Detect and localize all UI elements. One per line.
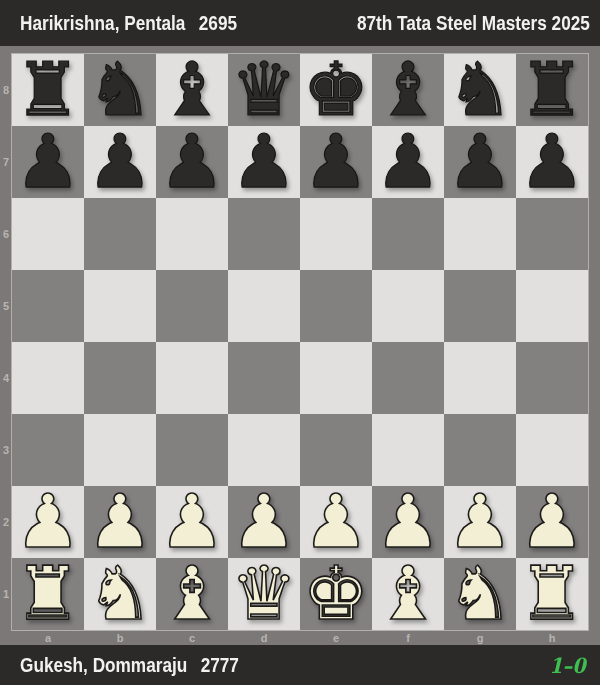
piece-black-king[interactable]: ♚ [303, 55, 369, 125]
square-e5[interactable] [300, 270, 372, 342]
square-h1[interactable]: ♜ [516, 558, 588, 630]
square-d3[interactable] [228, 414, 300, 486]
square-f5[interactable] [372, 270, 444, 342]
square-h6[interactable] [516, 198, 588, 270]
square-a5[interactable] [12, 270, 84, 342]
square-c2[interactable]: ♟ [156, 486, 228, 558]
piece-white-pawn[interactable]: ♟ [447, 487, 513, 557]
square-d4[interactable] [228, 342, 300, 414]
piece-white-rook[interactable]: ♜ [519, 559, 585, 629]
game-result: 1–0 [549, 653, 586, 678]
file-label-c: c [156, 630, 228, 645]
square-e7[interactable]: ♟ [300, 126, 372, 198]
square-b5[interactable] [84, 270, 156, 342]
square-a8[interactable]: ♜ [12, 54, 84, 126]
piece-black-queen[interactable]: ♛ [231, 55, 297, 125]
square-b7[interactable]: ♟ [84, 126, 156, 198]
square-a6[interactable] [12, 198, 84, 270]
square-b3[interactable] [84, 414, 156, 486]
square-h2[interactable]: ♟ [516, 486, 588, 558]
square-b4[interactable] [84, 342, 156, 414]
piece-white-pawn[interactable]: ♟ [159, 487, 225, 557]
piece-black-bishop[interactable]: ♝ [375, 55, 441, 125]
rank-label-5: 5 [0, 270, 12, 342]
square-g5[interactable] [444, 270, 516, 342]
piece-black-pawn[interactable]: ♟ [447, 127, 513, 197]
bottom-player-bar: Gukesh, Dommaraju 2777 1–0 [0, 645, 600, 685]
square-g3[interactable] [444, 414, 516, 486]
white-player-rating: 2777 [201, 654, 239, 676]
square-e8[interactable]: ♚ [300, 54, 372, 126]
piece-black-pawn[interactable]: ♟ [159, 127, 225, 197]
square-f3[interactable] [372, 414, 444, 486]
square-g4[interactable] [444, 342, 516, 414]
top-player-bar: Harikrishna, Pentala 2695 87th Tata Stee… [0, 0, 600, 46]
file-label-d: d [228, 630, 300, 645]
square-c7[interactable]: ♟ [156, 126, 228, 198]
square-f2[interactable]: ♟ [372, 486, 444, 558]
square-d6[interactable] [228, 198, 300, 270]
square-g8[interactable]: ♞ [444, 54, 516, 126]
square-c1[interactable]: ♝ [156, 558, 228, 630]
square-h4[interactable] [516, 342, 588, 414]
square-d7[interactable]: ♟ [228, 126, 300, 198]
square-d5[interactable] [228, 270, 300, 342]
rank-label-1: 1 [0, 558, 12, 630]
square-d2[interactable]: ♟ [228, 486, 300, 558]
square-h5[interactable] [516, 270, 588, 342]
piece-black-pawn[interactable]: ♟ [519, 127, 585, 197]
file-label-b: b [84, 630, 156, 645]
piece-black-pawn[interactable]: ♟ [375, 127, 441, 197]
piece-white-bishop[interactable]: ♝ [375, 559, 441, 629]
square-c4[interactable] [156, 342, 228, 414]
square-d1[interactable]: ♛ [228, 558, 300, 630]
square-c5[interactable] [156, 270, 228, 342]
rank-label-8: 8 [0, 54, 12, 126]
square-a4[interactable] [12, 342, 84, 414]
piece-black-pawn[interactable]: ♟ [303, 127, 369, 197]
square-g1[interactable]: ♞ [444, 558, 516, 630]
square-b6[interactable] [84, 198, 156, 270]
square-a3[interactable] [12, 414, 84, 486]
piece-black-rook[interactable]: ♜ [519, 55, 585, 125]
black-player-rating: 2695 [199, 12, 237, 34]
file-labels: abcdefgh [12, 630, 588, 645]
square-a1[interactable]: ♜ [12, 558, 84, 630]
square-g7[interactable]: ♟ [444, 126, 516, 198]
square-c3[interactable] [156, 414, 228, 486]
rank-label-2: 2 [0, 486, 12, 558]
square-e4[interactable] [300, 342, 372, 414]
file-label-f: f [372, 630, 444, 645]
square-e6[interactable] [300, 198, 372, 270]
square-g2[interactable]: ♟ [444, 486, 516, 558]
file-label-a: a [12, 630, 84, 645]
piece-white-pawn[interactable]: ♟ [375, 487, 441, 557]
square-b8[interactable]: ♞ [84, 54, 156, 126]
piece-white-queen[interactable]: ♛ [231, 559, 297, 629]
square-e2[interactable]: ♟ [300, 486, 372, 558]
square-a2[interactable]: ♟ [12, 486, 84, 558]
square-b1[interactable]: ♞ [84, 558, 156, 630]
rank-label-3: 3 [0, 414, 12, 486]
square-e3[interactable] [300, 414, 372, 486]
chess-app-window: Harikrishna, Pentala 2695 87th Tata Stee… [0, 0, 600, 685]
piece-white-knight[interactable]: ♞ [447, 559, 513, 629]
black-player-name: Harikrishna, Pentala [20, 12, 185, 34]
file-label-e: e [300, 630, 372, 645]
square-f6[interactable] [372, 198, 444, 270]
rank-label-6: 6 [0, 198, 12, 270]
piece-black-pawn[interactable]: ♟ [15, 127, 81, 197]
event-title: 87th Tata Steel Masters 2025 [357, 12, 590, 35]
piece-white-pawn[interactable]: ♟ [231, 487, 297, 557]
square-h7[interactable]: ♟ [516, 126, 588, 198]
black-player-info: Harikrishna, Pentala 2695 [20, 12, 237, 35]
square-f4[interactable] [372, 342, 444, 414]
rank-labels: 87654321 [0, 54, 12, 630]
square-g6[interactable] [444, 198, 516, 270]
piece-black-pawn[interactable]: ♟ [87, 127, 153, 197]
piece-black-knight[interactable]: ♞ [447, 55, 513, 125]
piece-white-knight[interactable]: ♞ [87, 559, 153, 629]
square-b2[interactable]: ♟ [84, 486, 156, 558]
piece-black-pawn[interactable]: ♟ [231, 127, 297, 197]
piece-white-pawn[interactable]: ♟ [303, 487, 369, 557]
white-player-name: Gukesh, Dommaraju [20, 654, 187, 676]
square-e1[interactable]: ♚ [300, 558, 372, 630]
square-f1[interactable]: ♝ [372, 558, 444, 630]
square-h3[interactable] [516, 414, 588, 486]
piece-white-pawn[interactable]: ♟ [15, 487, 81, 557]
piece-white-bishop[interactable]: ♝ [159, 559, 225, 629]
piece-white-pawn[interactable]: ♟ [87, 487, 153, 557]
chess-board: ♜♞♝♛♚♝♞♜♟♟♟♟♟♟♟♟♟♟♟♟♟♟♟♟♜♞♝♛♚♝♞♜ [12, 54, 588, 630]
board-frame: 87654321 ♜♞♝♛♚♝♞♜♟♟♟♟♟♟♟♟♟♟♟♟♟♟♟♟♜♞♝♛♚♝♞… [0, 46, 600, 645]
square-c8[interactable]: ♝ [156, 54, 228, 126]
square-f7[interactable]: ♟ [372, 126, 444, 198]
square-h8[interactable]: ♜ [516, 54, 588, 126]
file-label-g: g [444, 630, 516, 645]
piece-white-rook[interactable]: ♜ [15, 559, 81, 629]
rank-label-7: 7 [0, 126, 12, 198]
square-f8[interactable]: ♝ [372, 54, 444, 126]
file-label-h: h [516, 630, 588, 645]
white-player-info: Gukesh, Dommaraju 2777 [20, 654, 239, 677]
piece-black-rook[interactable]: ♜ [15, 55, 81, 125]
rank-label-4: 4 [0, 342, 12, 414]
square-a7[interactable]: ♟ [12, 126, 84, 198]
piece-white-king[interactable]: ♚ [303, 559, 369, 629]
square-d8[interactable]: ♛ [228, 54, 300, 126]
piece-white-pawn[interactable]: ♟ [519, 487, 585, 557]
square-c6[interactable] [156, 198, 228, 270]
piece-black-knight[interactable]: ♞ [87, 55, 153, 125]
piece-black-bishop[interactable]: ♝ [159, 55, 225, 125]
